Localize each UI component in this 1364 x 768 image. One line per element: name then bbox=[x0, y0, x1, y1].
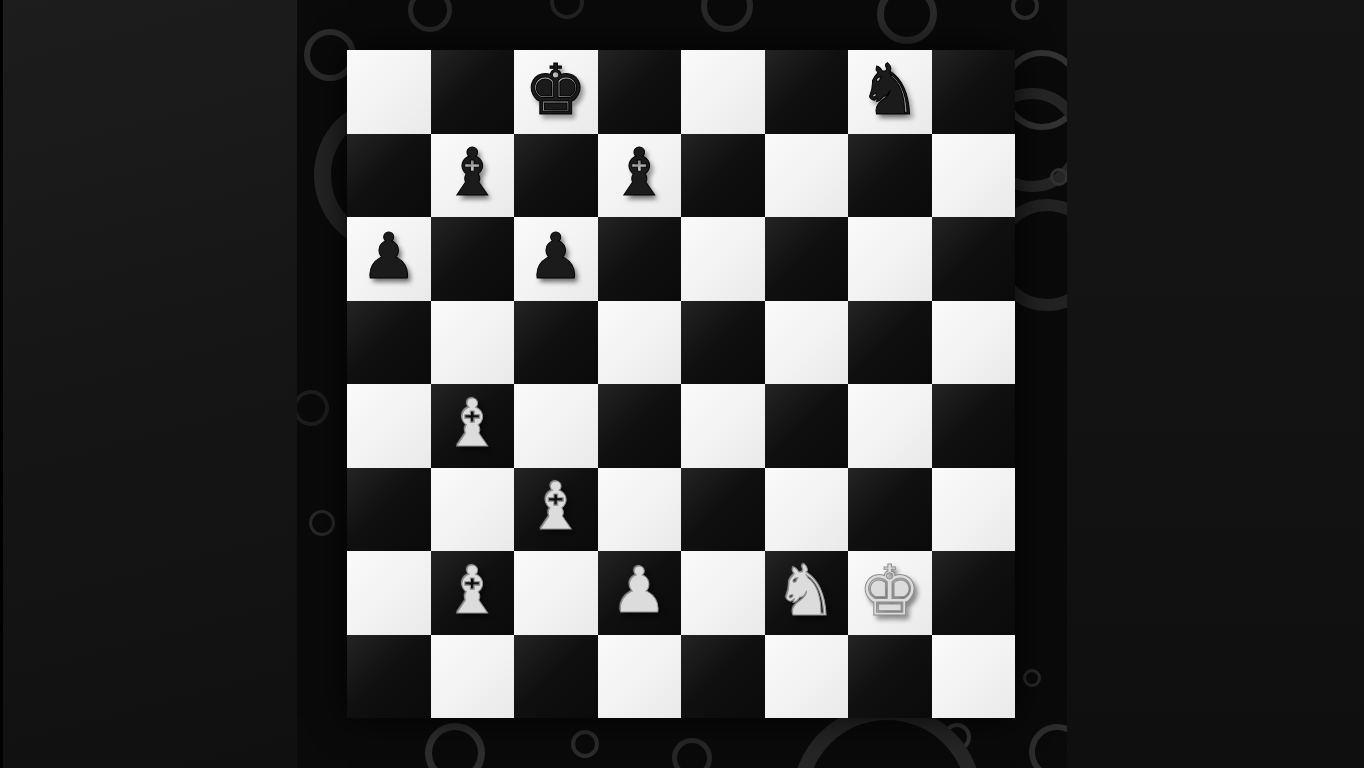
decorative-ring bbox=[550, 0, 584, 19]
square-f5[interactable] bbox=[765, 301, 849, 385]
piece-white-bishop[interactable]: ♝ bbox=[443, 391, 502, 457]
square-e1[interactable] bbox=[681, 635, 765, 719]
square-f8[interactable] bbox=[765, 50, 849, 134]
square-b3[interactable] bbox=[431, 468, 515, 552]
square-b7[interactable]: ♝ bbox=[431, 134, 515, 218]
square-c2[interactable] bbox=[514, 551, 598, 635]
square-g8[interactable]: ♞ bbox=[848, 50, 932, 134]
square-f4[interactable] bbox=[765, 384, 849, 468]
decorative-ring bbox=[408, 0, 452, 32]
decorative-ring bbox=[1023, 669, 1041, 687]
square-d1[interactable] bbox=[598, 635, 682, 719]
square-a6[interactable]: ♟ bbox=[347, 217, 431, 301]
square-h5[interactable] bbox=[932, 301, 1016, 385]
square-g4[interactable] bbox=[848, 384, 932, 468]
square-d2[interactable]: ♟ bbox=[598, 551, 682, 635]
square-b1[interactable] bbox=[431, 635, 515, 719]
square-d3[interactable] bbox=[598, 468, 682, 552]
square-e4[interactable] bbox=[681, 384, 765, 468]
decorative-ring bbox=[571, 730, 599, 758]
square-c1[interactable] bbox=[514, 635, 598, 719]
square-h2[interactable] bbox=[932, 551, 1016, 635]
square-a5[interactable] bbox=[347, 301, 431, 385]
square-g5[interactable] bbox=[848, 301, 932, 385]
square-g1[interactable] bbox=[848, 635, 932, 719]
square-f6[interactable] bbox=[765, 217, 849, 301]
square-d5[interactable] bbox=[598, 301, 682, 385]
square-d4[interactable] bbox=[598, 384, 682, 468]
square-e6[interactable] bbox=[681, 217, 765, 301]
decorative-ring bbox=[1029, 724, 1067, 768]
square-h1[interactable] bbox=[932, 635, 1016, 719]
piece-white-king[interactable]: ♚ bbox=[858, 556, 921, 626]
square-c8[interactable]: ♚ bbox=[514, 50, 598, 134]
square-b5[interactable] bbox=[431, 301, 515, 385]
left-background-margin bbox=[0, 0, 297, 768]
square-e5[interactable] bbox=[681, 301, 765, 385]
square-c3[interactable]: ♝ bbox=[514, 468, 598, 552]
piece-white-knight[interactable]: ♞ bbox=[775, 556, 838, 626]
square-b6[interactable] bbox=[431, 217, 515, 301]
piece-black-pawn[interactable]: ♟ bbox=[361, 225, 417, 288]
square-h3[interactable] bbox=[932, 468, 1016, 552]
piece-black-bishop[interactable]: ♝ bbox=[443, 140, 502, 206]
square-g6[interactable] bbox=[848, 217, 932, 301]
square-e7[interactable] bbox=[681, 134, 765, 218]
square-b2[interactable]: ♝ bbox=[431, 551, 515, 635]
square-h6[interactable] bbox=[932, 217, 1016, 301]
square-c7[interactable] bbox=[514, 134, 598, 218]
decorative-ring bbox=[672, 738, 712, 768]
piece-black-pawn[interactable]: ♟ bbox=[528, 225, 584, 288]
piece-black-king[interactable]: ♚ bbox=[524, 55, 587, 125]
square-g3[interactable] bbox=[848, 468, 932, 552]
square-h7[interactable] bbox=[932, 134, 1016, 218]
square-a7[interactable] bbox=[347, 134, 431, 218]
square-b4[interactable]: ♝ bbox=[431, 384, 515, 468]
square-d8[interactable] bbox=[598, 50, 682, 134]
square-e3[interactable] bbox=[681, 468, 765, 552]
square-e2[interactable] bbox=[681, 551, 765, 635]
decorative-ring bbox=[1011, 0, 1039, 20]
piece-white-bishop[interactable]: ♝ bbox=[443, 558, 502, 624]
square-a4[interactable] bbox=[347, 384, 431, 468]
chess-app-window: ♚♞♝♝♟♟♝♝♝♟♞♚ bbox=[0, 0, 1364, 768]
square-e8[interactable] bbox=[681, 50, 765, 134]
square-f3[interactable] bbox=[765, 468, 849, 552]
chess-board[interactable]: ♚♞♝♝♟♟♝♝♝♟♞♚ bbox=[347, 50, 1015, 718]
square-a8[interactable] bbox=[347, 50, 431, 134]
square-b8[interactable] bbox=[431, 50, 515, 134]
piece-black-bishop[interactable]: ♝ bbox=[610, 140, 669, 206]
square-h8[interactable] bbox=[932, 50, 1016, 134]
square-g7[interactable] bbox=[848, 134, 932, 218]
square-h4[interactable] bbox=[932, 384, 1016, 468]
square-c6[interactable]: ♟ bbox=[514, 217, 598, 301]
square-d6[interactable] bbox=[598, 217, 682, 301]
square-f1[interactable] bbox=[765, 635, 849, 719]
square-c5[interactable] bbox=[514, 301, 598, 385]
piece-white-bishop[interactable]: ♝ bbox=[526, 474, 585, 540]
decorative-ring bbox=[425, 723, 485, 768]
decorative-ring bbox=[1050, 168, 1067, 186]
square-g2[interactable]: ♚ bbox=[848, 551, 932, 635]
piece-white-pawn[interactable]: ♟ bbox=[611, 559, 667, 622]
square-a3[interactable] bbox=[347, 468, 431, 552]
square-d7[interactable]: ♝ bbox=[598, 134, 682, 218]
square-f2[interactable]: ♞ bbox=[765, 551, 849, 635]
square-a2[interactable] bbox=[347, 551, 431, 635]
square-a1[interactable] bbox=[347, 635, 431, 719]
square-f7[interactable] bbox=[765, 134, 849, 218]
decorative-ring bbox=[877, 0, 937, 44]
decorative-ring bbox=[297, 390, 329, 426]
square-c4[interactable] bbox=[514, 384, 598, 468]
decorative-ring bbox=[701, 0, 753, 32]
piece-black-knight[interactable]: ♞ bbox=[858, 55, 921, 125]
right-background-margin bbox=[1067, 0, 1364, 768]
decorative-ring bbox=[309, 510, 335, 536]
left-edge-strip bbox=[0, 0, 3, 768]
